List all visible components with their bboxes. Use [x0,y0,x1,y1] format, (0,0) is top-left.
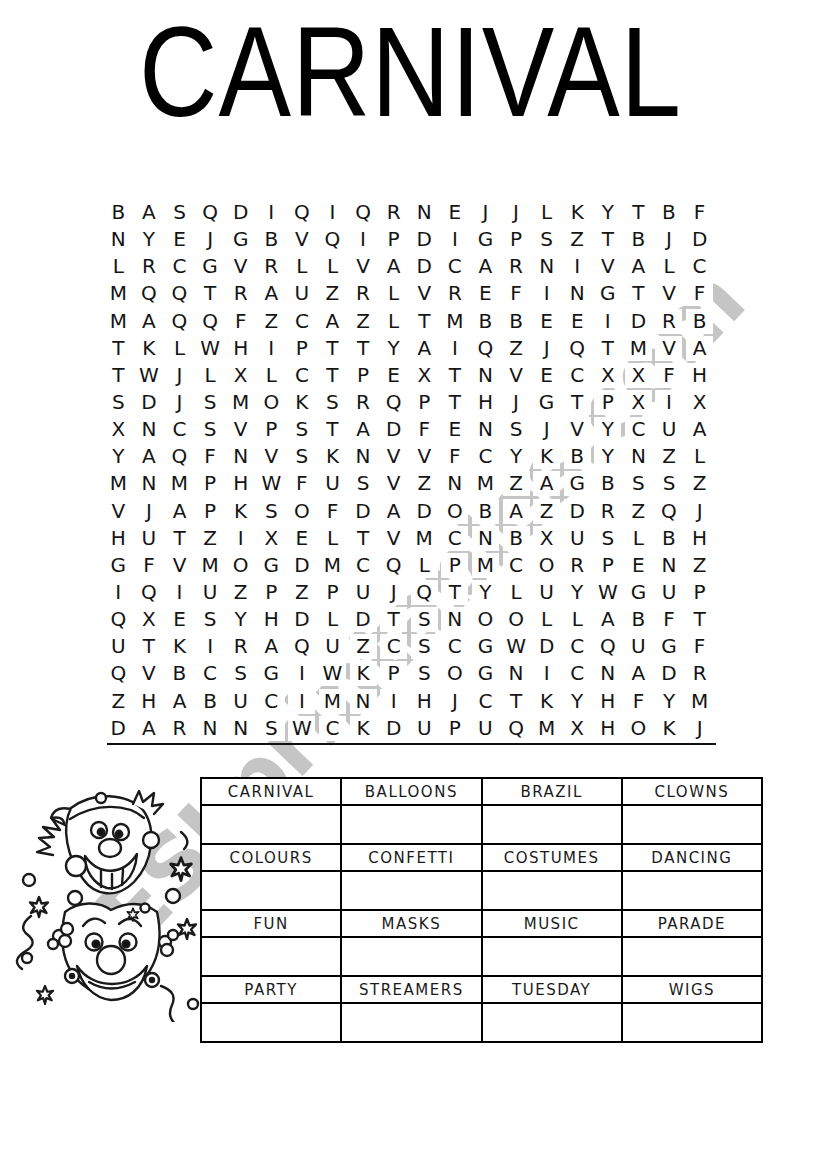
grid-cell-r19c7: I [287,688,318,715]
grid-cell-r1c14: J [501,199,532,226]
grid-cell-r11c15: A [531,470,562,497]
grid-letter: B [472,309,499,334]
grid-letter: U [319,471,346,496]
grid-cell-r14c18: E [623,552,654,579]
grid-letter: C [472,689,499,714]
grid-letter: K [350,661,377,686]
grid-cell-r11c10: V [378,470,409,497]
grid-letter: H [686,363,713,388]
grid-letter: Q [166,444,193,469]
grid-cell-r18c20: R [684,660,715,687]
grid-letter: S [258,716,285,741]
grid-letter: C [288,309,315,334]
grid-letter: A [411,336,438,361]
grid-cell-r7c11: X [409,362,440,389]
grid-cell-r19c6: C [256,688,287,715]
grid-cell-r14c10: Q [378,552,409,579]
grid-cell-r6c9: T [348,335,379,362]
grid-letter: B [472,499,499,524]
grid-cell-r1c19: B [654,199,685,226]
grid-cell-r5c2: A [134,308,165,335]
grid-cell-r18c8: W [317,660,348,687]
grid-letter: V [564,417,591,442]
grid-letter: P [288,336,315,361]
grid-cell-r16c8: L [317,606,348,633]
grid-letter: L [655,254,682,279]
grid-cell-r7c6: L [256,362,287,389]
grid-letter: R [227,281,254,306]
grid-letter: R [594,499,621,524]
grid-cell-r9c1: X [103,416,134,443]
grid-cell-r11c8: U [317,470,348,497]
grid-letter: L [503,580,530,605]
grid-cell-r7c12: T [440,362,471,389]
grid-cell-r5c14: B [501,308,532,335]
grid-letter: J [472,200,499,225]
pompom-icon [48,939,58,949]
grid-cell-r19c3: A [164,688,195,715]
grid-underline [107,743,716,745]
grid-cell-r12c20: J [684,498,715,525]
grid-cell-r20c9: K [348,715,379,742]
grid-cell-r8c3: J [164,389,195,416]
word-cell: TUESDAY [482,976,622,1003]
grid-letter: S [411,634,438,659]
grid-letter: R [350,390,377,415]
word-cell: CARNIVAL [201,778,341,805]
grid-cell-r5c18: D [623,308,654,335]
grid-letter: V [135,661,162,686]
grid-cell-r3c16: I [562,253,593,280]
grid-cell-r19c14: T [501,688,532,715]
grid-letter: T [625,200,652,225]
grid-cell-r8c8: S [317,389,348,416]
grid-letter: E [472,281,499,306]
grid-letter: Q [350,200,377,225]
bell-dot [70,974,74,978]
grid-cell-r6c3: L [164,335,195,362]
grid-cell-r2c17: T [593,226,624,253]
grid-letter: S [197,417,224,442]
grid-cell-r17c5: R [225,633,256,660]
grid-cell-r13c8: L [317,525,348,552]
grid-cell-r3c12: C [440,253,471,280]
grid-letter: W [288,716,315,741]
grid-cell-r3c9: V [348,253,379,280]
grid-cell-r5c19: R [654,308,685,335]
grid-letter: N [197,716,224,741]
word-row: CARNIVALBALLOONSBRAZILCLOWNS [201,778,762,805]
grid-letter: Y [594,200,621,225]
grid-letter: T [594,227,621,252]
grid-letter: C [625,417,652,442]
grid-letter: W [197,336,224,361]
streamer-icon [181,832,187,849]
grid-cell-r1c2: A [134,199,165,226]
grid-cell-r6c13: Q [470,335,501,362]
grid-cell-r17c9: Z [348,633,379,660]
grid-letter: P [380,227,407,252]
grid-cell-r3c20: C [684,253,715,280]
answer-cell [482,937,622,976]
word-row: PARTYSTREAMERSTUESDAYWIGS [201,976,762,1003]
grid-letter: K [135,336,162,361]
grid-letter: R [686,661,713,686]
grid-letter: R [441,281,468,306]
grid-letter: B [625,607,652,632]
grid-cell-r2c9: I [348,226,379,253]
grid-letter: Y [105,444,132,469]
grid-cell-r15c6: P [256,579,287,606]
grid-letter: O [288,499,315,524]
grid-letter: K [655,716,682,741]
grid-letter: L [105,254,132,279]
grid-letter: V [503,363,530,388]
grid-letter: U [411,716,438,741]
grid-cell-r16c4: S [195,606,226,633]
grid-cell-r16c9: D [348,606,379,633]
answer-cell [482,871,622,910]
grid-letter: G [564,471,591,496]
grid-letter: Z [686,471,713,496]
grid-letter: J [686,716,713,741]
grid-letter: P [319,580,346,605]
grid-letter: B [166,661,193,686]
grid-letter: I [258,200,285,225]
grid-letter: F [686,200,713,225]
grid-cell-r5c16: E [562,308,593,335]
grid-cell-r10c20: L [684,443,715,470]
grid-letter: H [258,607,285,632]
grid-cell-r12c13: B [470,498,501,525]
grid-cell-r3c14: R [501,253,532,280]
grid-letter: N [411,200,438,225]
grid-letter: Y [135,227,162,252]
answer-row [201,1003,762,1042]
grid-letter: P [350,363,377,388]
grid-letter: U [472,716,499,741]
grid-letter: F [625,689,652,714]
grid-letter: P [380,661,407,686]
grid-cell-r11c20: Z [684,470,715,497]
grid-letter: B [655,200,682,225]
grid-cell-r1c5: D [225,199,256,226]
grid-letter: K [227,499,254,524]
grid-letter: I [105,580,132,605]
word-cell: PARTY [201,976,341,1003]
grid-cell-r3c17: V [593,253,624,280]
grid-cell-r20c16: X [562,715,593,742]
grid-cell-r6c15: J [531,335,562,362]
grid-cell-r17c6: A [256,633,287,660]
grid-letter: K [564,200,591,225]
grid-cell-r15c10: J [378,579,409,606]
grid-letter: U [227,689,254,714]
grid-letter: S [166,200,193,225]
answer-cell [622,805,762,844]
grid-letter: N [625,444,652,469]
grid-letter: B [503,526,530,551]
grid-cell-r15c5: Z [225,579,256,606]
grid-letter: D [380,417,407,442]
grid-cell-r9c7: S [287,416,318,443]
grid-cell-r9c4: S [195,416,226,443]
grid-cell-r18c13: G [470,660,501,687]
grid-cell-r3c10: A [378,253,409,280]
grid-letter: T [564,390,591,415]
grid-cell-r18c7: I [287,660,318,687]
grid-letter: N [105,227,132,252]
grid-letter: H [594,716,621,741]
grid-cell-r10c5: N [225,443,256,470]
grid-cell-r9c19: U [654,416,685,443]
grid-letter: J [197,227,224,252]
grid-cell-r8c17: P [593,389,624,416]
grid-letter: M [319,689,346,714]
grid-letter: L [319,607,346,632]
grid-letter: F [686,634,713,659]
grid-letter: G [594,281,621,306]
grid-cell-r18c18: A [623,660,654,687]
grid-letter: M [472,553,499,578]
grid-cell-r5c10: L [378,308,409,335]
grid-cell-r16c10: T [378,606,409,633]
grid-cell-r17c20: F [684,633,715,660]
grid-cell-r9c11: F [409,416,440,443]
grid-letter: U [319,634,346,659]
grid-letter: G [655,634,682,659]
grid-cell-r12c19: Q [654,498,685,525]
grid-cell-r5c6: Z [256,308,287,335]
grid-letter: O [441,661,468,686]
word-cell: FUN [201,910,341,937]
grid-letter: U [625,634,652,659]
grid-letter: A [258,281,285,306]
grid-letter: X [533,526,560,551]
grid-cell-r1c16: K [562,199,593,226]
grid-cell-r13c1: H [103,525,134,552]
grid-cell-r4c15: I [531,280,562,307]
grid-letter: M [319,553,346,578]
answer-row [201,871,762,910]
grid-letter: S [319,390,346,415]
grid-letter: P [197,499,224,524]
grid-cell-r20c11: U [409,715,440,742]
grid-cell-r13c4: Z [195,525,226,552]
grid-letter: X [135,607,162,632]
grid-letter: V [380,526,407,551]
grid-letter: D [411,227,438,252]
grid-letter: V [380,444,407,469]
grid-cell-r20c12: P [440,715,471,742]
grid-letter: G [472,661,499,686]
grid-letter: E [625,553,652,578]
grid-letter: Z [350,309,377,334]
grid-cell-r8c20: X [684,389,715,416]
confetti-circle-icon [68,891,82,905]
grid-cell-r7c2: W [134,362,165,389]
grid-letter: Q [503,716,530,741]
grid-letter: M [166,471,193,496]
grid-letter: I [288,689,315,714]
grid-cell-r17c3: K [164,633,195,660]
word-cell: STREAMERS [341,976,481,1003]
grid-letter: E [166,227,193,252]
grid-letter: B [655,526,682,551]
grid-letter: T [319,417,346,442]
grid-cell-r17c10: C [378,633,409,660]
grid-letter: T [197,281,224,306]
grid-letter: E [533,363,560,388]
grid-letter: X [564,716,591,741]
grid-letter: G [258,553,285,578]
grid-letter: G [533,390,560,415]
grid-letter: N [533,254,560,279]
grid-cell-r17c16: C [562,633,593,660]
confetti-circle-icon [96,793,106,803]
grid-cell-r18c10: P [378,660,409,687]
grid-letter: O [625,716,652,741]
grid-cell-r4c6: A [256,280,287,307]
grid-cell-r15c18: G [623,579,654,606]
grid-letter: S [227,661,254,686]
grid-letter: Q [594,634,621,659]
grid-cell-r16c7: D [287,606,318,633]
grid-cell-r13c18: L [623,525,654,552]
grid-cell-r8c10: Q [378,389,409,416]
grid-letter: P [594,553,621,578]
grid-letter: N [655,553,682,578]
grid-cell-r17c18: U [623,633,654,660]
grid-cell-r2c13: G [470,226,501,253]
grid-letter: M [105,471,132,496]
grid-letter: C [564,634,591,659]
grid-cell-r18c9: K [348,660,379,687]
grid-cell-r5c4: Q [195,308,226,335]
grid-cell-r7c9: P [348,362,379,389]
grid-cell-r9c5: V [225,416,256,443]
grid-cell-r9c16: V [562,416,593,443]
grid-letter: V [166,553,193,578]
top-mask-ear [143,832,159,848]
grid-cell-r9c10: D [378,416,409,443]
grid-cell-r7c16: C [562,362,593,389]
grid-cell-r14c3: V [164,552,195,579]
grid-cell-r20c1: D [103,715,134,742]
grid-letter: I [258,336,285,361]
grid-letter: F [227,309,254,334]
grid-cell-r8c13: H [470,389,501,416]
grid-cell-r4c1: M [103,280,134,307]
grid-letter: G [197,254,224,279]
grid-cell-r10c8: K [317,443,348,470]
grid-cell-r5c12: M [440,308,471,335]
grid-letter: S [197,607,224,632]
grid-cell-r8c1: S [103,389,134,416]
word-cell: COLOURS [201,844,341,871]
grid-letter: P [441,716,468,741]
grid-letter: D [380,716,407,741]
grid-letter: V [227,254,254,279]
grid-letter: P [686,580,713,605]
grid-cell-r9c8: T [317,416,348,443]
grid-cell-r7c19: F [654,362,685,389]
pompom-icon [59,935,71,947]
grid-cell-r19c20: M [684,688,715,715]
grid-letter: S [197,390,224,415]
hair-tuft-icon [37,819,67,855]
top-mask-pupil [116,831,122,837]
grid-letter: I [441,336,468,361]
grid-cell-r2c2: Y [134,226,165,253]
grid-letter: F [135,553,162,578]
grid-letter: O [258,390,285,415]
word-cell: CLOWNS [622,778,762,805]
grid-letter: I [227,526,254,551]
grid-cell-r6c2: K [134,335,165,362]
grid-letter: A [594,607,621,632]
grid-letter: S [288,417,315,442]
grid-cell-r20c10: D [378,715,409,742]
grid-letter: Z [411,471,438,496]
grid-letter: L [686,444,713,469]
wordsearch-grid: BASQDIQIQRNEJJLKYTBFNYEJGBVQIPDIGPSZTBJD… [103,199,715,742]
grid-cell-r2c10: P [378,226,409,253]
grid-cell-r15c4: U [195,579,226,606]
grid-cell-r6c19: V [654,335,685,362]
grid-letter: V [411,281,438,306]
grid-cell-r3c4: G [195,253,226,280]
streamer-icon [161,986,178,1022]
grid-letter: Q [564,336,591,361]
star-icon [178,919,196,939]
grid-cell-r2c6: B [256,226,287,253]
grid-cell-r6c20: A [684,335,715,362]
grid-cell-r4c16: N [562,280,593,307]
confetti-circle-icon [141,904,150,913]
grid-cell-r11c3: M [164,470,195,497]
grid-cell-r17c14: W [501,633,532,660]
grid-cell-r9c6: P [256,416,287,443]
grid-cell-r15c16: Y [562,579,593,606]
grid-cell-r6c14: Z [501,335,532,362]
grid-cell-r17c15: D [531,633,562,660]
top-mask-mouth-stripe [122,870,123,885]
grid-letter: I [166,580,193,605]
grid-cell-r13c2: U [134,525,165,552]
grid-cell-r12c10: A [378,498,409,525]
grid-cell-r20c4: N [195,715,226,742]
grid-letter: N [594,661,621,686]
grid-letter: I [380,689,407,714]
word-cell: MASKS [341,910,481,937]
grid-cell-r10c13: C [470,443,501,470]
grid-cell-r1c18: T [623,199,654,226]
grid-letter: S [258,499,285,524]
grid-letter: Z [288,580,315,605]
grid-cell-r8c9: R [348,389,379,416]
grid-cell-r5c1: M [103,308,134,335]
grid-cell-r4c11: V [409,280,440,307]
grid-cell-r12c16: D [562,498,593,525]
grid-letter: U [564,526,591,551]
grid-letter: C [564,363,591,388]
grid-cell-r1c6: I [256,199,287,226]
grid-letter: T [135,634,162,659]
grid-cell-r12c5: K [225,498,256,525]
grid-cell-r19c4: B [195,688,226,715]
grid-letter: M [686,689,713,714]
